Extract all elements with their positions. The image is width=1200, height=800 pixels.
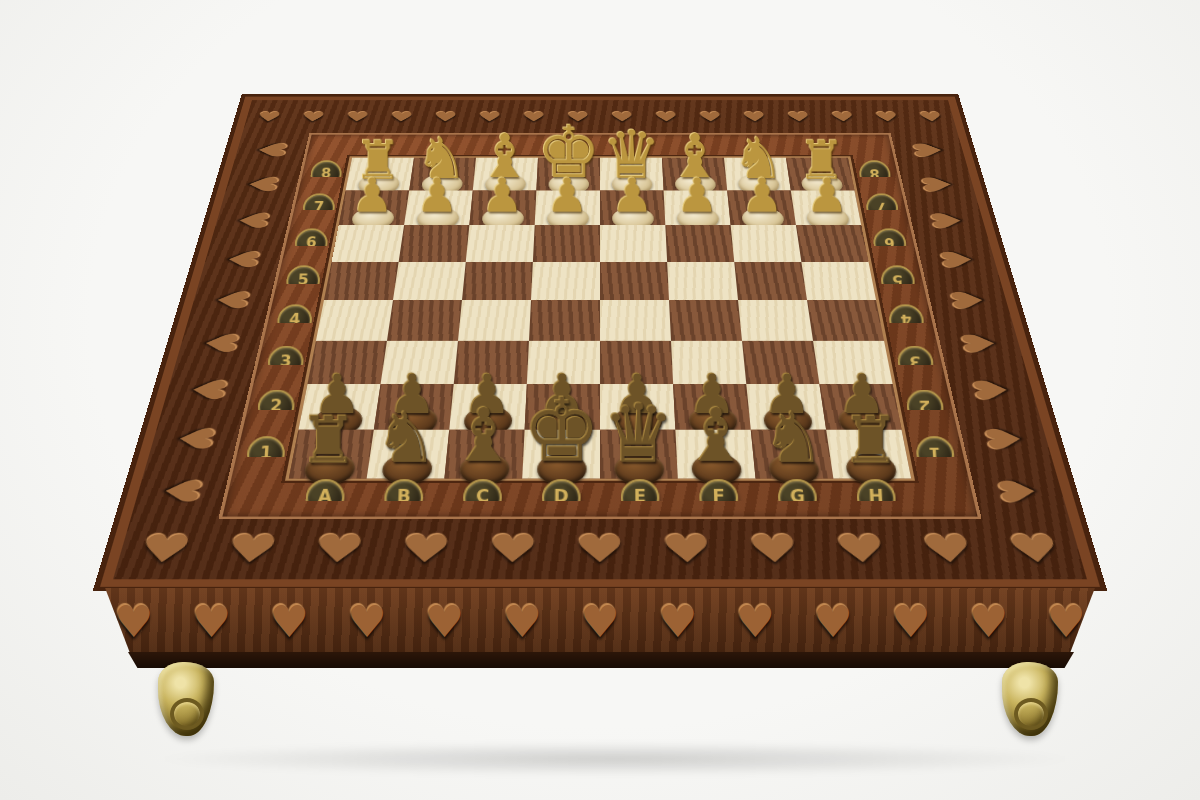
rank-label-left-4: 4 (276, 304, 312, 336)
ornament-glyph-icon: ♥ (813, 596, 852, 647)
carved-band-front-ornament-icon: ♥♥♥♥♥♥♥♥♥♥♥ (113, 519, 1087, 579)
rank-label-right-2: 2 (905, 389, 944, 424)
ornament-glyph-icon: ♥ (218, 250, 268, 269)
ornament-glyph-icon: ♥ (917, 109, 945, 124)
coin-slot: D (520, 478, 600, 516)
box-front-face: ♥♥♥♥♥♥♥♥♥♥♥♥♥ (95, 588, 1105, 654)
square-f1[interactable]: ♝ (675, 430, 755, 479)
ornament-glyph-icon: ♥ (989, 478, 1048, 505)
square-h1[interactable]: ♜ (826, 430, 911, 479)
file-label-f: F (698, 479, 738, 516)
ornament-glyph-icon: ♥ (976, 426, 1033, 451)
ornament-glyph-icon: ♥ (574, 527, 625, 572)
ornament-glyph-icon: ♥ (923, 212, 971, 230)
coin-slot: E (600, 478, 680, 516)
square-d4[interactable] (529, 300, 600, 341)
square-c4[interactable] (458, 300, 531, 341)
ornament-glyph-icon: ♥ (239, 176, 286, 193)
piece-black-knight[interactable]: ♞ (755, 406, 832, 472)
rank-label-right-6: 6 (872, 228, 906, 258)
ornament-glyph-icon: ♥ (891, 596, 930, 647)
square-a1[interactable]: ♜ (289, 430, 374, 479)
ornament-glyph-icon: ♥ (152, 478, 211, 505)
ornament-glyph-icon: ♥ (918, 527, 978, 572)
square-g1[interactable]: ♞ (751, 430, 834, 479)
square-a7[interactable]: ♟ (339, 191, 409, 226)
ornament-glyph-icon: ♥ (786, 109, 812, 124)
ornament-glyph-icon: ♥ (942, 290, 993, 311)
ornament-glyph-icon: ♥ (742, 109, 767, 124)
ornament-glyph-icon: ♥ (580, 596, 619, 647)
rank-label-right-3: 3 (896, 345, 934, 378)
square-e7[interactable]: ♟ (600, 191, 665, 226)
piece-black-king[interactable]: ♚ (523, 389, 600, 472)
square-a5[interactable] (324, 262, 399, 300)
ornament-glyph-icon: ♥ (906, 142, 951, 158)
ornament-glyph-icon: ♥ (206, 290, 257, 311)
coin-slot: A (281, 478, 366, 516)
square-g5[interactable] (734, 262, 807, 300)
ornament-glyph-icon: ♥ (914, 176, 961, 193)
square-d7[interactable]: ♟ (535, 191, 600, 226)
square-e1[interactable]: ♛ (600, 430, 678, 479)
square-g4[interactable] (738, 300, 813, 341)
square-e4[interactable] (600, 300, 671, 341)
piece-white-pawn[interactable]: ♟ (405, 174, 470, 219)
piece-black-bishop[interactable]: ♝ (677, 402, 754, 472)
piece-white-pawn[interactable]: ♟ (535, 174, 600, 219)
chess-board-box-top: ♥♥♥♥♥♥♥♥♥♥♥♥♥♥♥♥ ♥♥♥♥♥♥♥♥♥♥♥ ♥♥♥♥♥♥♥♥♥ ♥… (93, 94, 1108, 590)
piece-black-queen[interactable]: ♛ (600, 395, 677, 472)
ornament-glyph-icon: ♥ (194, 332, 247, 354)
square-d1[interactable]: ♚ (522, 430, 600, 479)
square-c7[interactable]: ♟ (469, 191, 536, 226)
rank-label-left-1: 1 (245, 436, 285, 472)
square-f4[interactable] (669, 300, 742, 341)
file-label-e: E (620, 479, 659, 516)
rank-label-right-5: 5 (880, 265, 915, 296)
ornament-glyph-icon: ♥ (433, 109, 458, 124)
ornament-glyph-icon: ♥ (300, 109, 327, 124)
square-d5[interactable] (531, 262, 600, 300)
ornament-glyph-icon: ♥ (969, 596, 1008, 647)
ground-shadow (150, 742, 1080, 776)
coin-slot: 5 (868, 262, 927, 300)
file-label-g: G (777, 479, 817, 516)
ornament-glyph-icon: ♥ (873, 109, 900, 124)
ornament-glyph-icon: ♥ (310, 527, 368, 572)
coin-slot: 4 (876, 300, 937, 341)
rank-label-left-8: 8 (309, 160, 342, 188)
square-b7[interactable]: ♟ (404, 191, 473, 226)
ornament-glyph-icon: ♥ (746, 527, 801, 572)
ornament-glyph-icon: ♥ (829, 109, 855, 124)
ornament-glyph-icon: ♥ (398, 527, 453, 572)
board-field: ♜♞♝♚♛♝♞♜♟♟♟♟♟♟♟♟♟♟♟♟♟♟♟♟♜♞♝♚♛♝♞♜ (289, 158, 911, 479)
coin-slot: 1 (902, 430, 969, 479)
ornament-glyph-icon: ♥ (249, 142, 294, 158)
piece-white-pawn[interactable]: ♟ (600, 174, 665, 219)
square-h7[interactable]: ♟ (791, 191, 861, 226)
ornament-glyph-icon: ♥ (425, 596, 464, 647)
coin-slot: G (756, 478, 839, 516)
file-label-a: A (304, 479, 345, 516)
ornament-glyph-icon: ♥ (658, 596, 697, 647)
rank-label-left-7: 7 (302, 193, 335, 222)
ornament-glyph-icon: ♥ (269, 596, 308, 647)
coin-slot: 5 (273, 262, 332, 300)
ornament-glyph-icon: ♥ (933, 250, 983, 269)
ornament-glyph-icon: ♥ (1004, 527, 1066, 572)
ornament-glyph-icon: ♥ (134, 527, 196, 572)
coin-slot: F (678, 478, 760, 516)
ornament-glyph-icon: ♥ (347, 596, 386, 647)
coin-slot: 7 (290, 191, 345, 226)
coin-slot: H (833, 478, 918, 516)
square-b4[interactable] (387, 300, 462, 341)
rank-label-right-4: 4 (888, 304, 924, 336)
piece-white-pawn[interactable]: ♟ (730, 174, 795, 219)
rank-label-left-6: 6 (294, 228, 328, 258)
ornament-glyph-icon: ♥ (503, 596, 542, 647)
coin-slot: C (441, 478, 523, 516)
rank-label-right-1: 1 (915, 436, 955, 472)
square-h4[interactable] (807, 300, 884, 341)
square-b5[interactable] (393, 262, 466, 300)
ornament-glyph-icon: ♥ (167, 426, 224, 451)
square-c5[interactable] (462, 262, 533, 300)
ornament-glyph-icon: ♥ (486, 527, 539, 572)
rank-label-left-3: 3 (266, 345, 304, 378)
file-labels-bottom: ABCDEFGH (281, 478, 918, 516)
rank-label-left-5: 5 (285, 265, 320, 296)
coin-slot: 1 (231, 430, 298, 479)
piece-white-pawn[interactable]: ♟ (665, 174, 730, 219)
ornament-glyph-icon: ♥ (661, 527, 714, 572)
piece-black-bishop[interactable]: ♝ (445, 402, 522, 472)
square-g7[interactable]: ♟ (727, 191, 796, 226)
file-label-c: C (462, 479, 502, 516)
rank-label-left-2: 2 (256, 389, 295, 424)
coin-slot: 7 (854, 191, 909, 226)
square-b1[interactable]: ♞ (367, 430, 450, 479)
coin-slot: B (361, 478, 444, 516)
ornament-glyph-icon: ♥ (964, 378, 1019, 401)
rank-label-right-7: 7 (865, 193, 898, 222)
ornament-glyph-icon: ♥ (181, 378, 236, 401)
piece-white-pawn[interactable]: ♟ (795, 174, 860, 219)
ornament-glyph-icon: ♥ (953, 332, 1006, 354)
square-e5[interactable] (600, 262, 669, 300)
coordinate-margin: 87654321 87654321 ABCDEFGH ♜♞♝♚♛♝♞♜♟♟♟♟♟… (218, 133, 981, 519)
ornament-glyph-icon: ♥ (832, 527, 890, 572)
square-c1[interactable]: ♝ (444, 430, 524, 479)
ornament-glyph-icon: ♥ (736, 596, 775, 647)
square-h5[interactable] (801, 262, 876, 300)
ornament-glyph-icon: ♥ (222, 527, 282, 572)
piece-white-pawn[interactable]: ♟ (340, 174, 405, 219)
ornament-glyph-icon: ♥ (344, 109, 370, 124)
file-label-h: H (855, 479, 896, 516)
square-f7[interactable]: ♟ (664, 191, 731, 226)
ornament-glyph-icon: ♥ (389, 109, 415, 124)
piece-black-rook[interactable]: ♜ (832, 410, 909, 472)
piece-black-knight[interactable]: ♞ (368, 406, 445, 472)
square-f5[interactable] (667, 262, 738, 300)
square-a4[interactable] (316, 300, 393, 341)
coin-slot: 4 (263, 300, 324, 341)
ornament-glyph-icon: ♥ (229, 212, 277, 230)
file-label-b: B (383, 479, 423, 516)
box-plinth (128, 652, 1074, 668)
file-label-d: D (541, 479, 580, 516)
ornament-glyph-icon: ♥ (255, 109, 283, 124)
piece-white-pawn[interactable]: ♟ (470, 174, 535, 219)
piece-black-rook[interactable]: ♜ (290, 410, 367, 472)
rank-label-right-8: 8 (858, 160, 891, 188)
ornament-glyph-icon: ♥ (192, 596, 231, 647)
